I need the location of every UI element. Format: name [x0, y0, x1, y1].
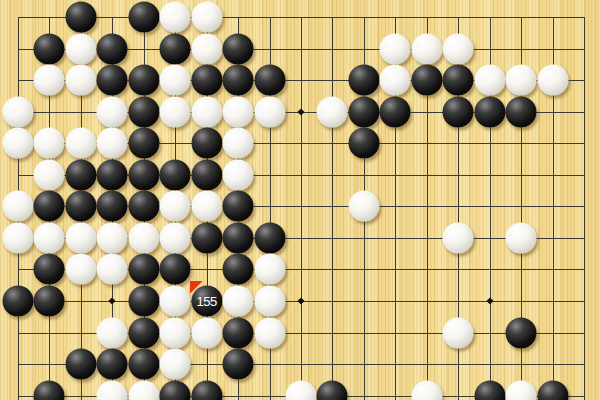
grid-line-vertical: [332, 17, 333, 400]
stone-black[interactable]: [191, 222, 222, 253]
stone-black[interactable]: [223, 65, 254, 96]
stone-black[interactable]: [474, 96, 505, 127]
stone-black[interactable]: [223, 222, 254, 253]
stone-white[interactable]: [97, 128, 128, 159]
stone-white[interactable]: [97, 317, 128, 348]
grid-line-horizontal: [18, 17, 584, 18]
stone-black[interactable]: [443, 96, 474, 127]
stone-white[interactable]: [160, 317, 191, 348]
stone-black[interactable]: [506, 317, 537, 348]
stone-white[interactable]: [3, 128, 34, 159]
star-point: [109, 297, 116, 304]
stone-black[interactable]: [254, 222, 285, 253]
stone-black[interactable]: [223, 191, 254, 222]
stone-black[interactable]: [160, 33, 191, 64]
stone-black[interactable]: [97, 65, 128, 96]
stone-black[interactable]: [223, 254, 254, 285]
stone-white[interactable]: [160, 65, 191, 96]
stone-white[interactable]: [3, 96, 34, 127]
stone-white[interactable]: [443, 222, 474, 253]
stone-white[interactable]: [65, 254, 96, 285]
stone-black[interactable]: [128, 317, 159, 348]
stone-white[interactable]: [34, 222, 65, 253]
stone-white[interactable]: [191, 2, 222, 33]
stone-white[interactable]: [443, 33, 474, 64]
stone-black[interactable]: [65, 2, 96, 33]
stone-black[interactable]: [128, 191, 159, 222]
stone-black[interactable]: [97, 349, 128, 380]
stone-black[interactable]: [348, 128, 379, 159]
stone-black[interactable]: [97, 159, 128, 190]
stone-white[interactable]: [254, 254, 285, 285]
stone-white[interactable]: [254, 285, 285, 316]
stone-black[interactable]: [65, 159, 96, 190]
stone-black[interactable]: [97, 33, 128, 64]
stone-white[interactable]: [254, 96, 285, 127]
stone-white[interactable]: [65, 33, 96, 64]
stone-black[interactable]: [223, 317, 254, 348]
stone-white[interactable]: [160, 191, 191, 222]
stone-white[interactable]: [348, 191, 379, 222]
stone-black[interactable]: [443, 65, 474, 96]
stone-black[interactable]: [191, 65, 222, 96]
stone-white[interactable]: [160, 285, 191, 316]
stone-white[interactable]: [160, 2, 191, 33]
stone-black[interactable]: [34, 33, 65, 64]
stone-black[interactable]: [160, 380, 191, 400]
stone-white[interactable]: [286, 380, 317, 400]
stone-black[interactable]: [34, 285, 65, 316]
stone-white[interactable]: [223, 128, 254, 159]
stone-white[interactable]: [191, 191, 222, 222]
stone-black[interactable]: [97, 191, 128, 222]
stone-black[interactable]: [474, 380, 505, 400]
stone-white[interactable]: [160, 96, 191, 127]
stone-white[interactable]: [191, 96, 222, 127]
stone-black[interactable]: [348, 65, 379, 96]
stone-black[interactable]: [128, 2, 159, 33]
stone-white[interactable]: [223, 96, 254, 127]
stone-black[interactable]: [411, 65, 442, 96]
stone-black[interactable]: [65, 191, 96, 222]
stone-white[interactable]: [3, 191, 34, 222]
stone-black[interactable]: [34, 254, 65, 285]
stone-white[interactable]: [506, 380, 537, 400]
star-point: [486, 297, 493, 304]
stone-black[interactable]: [380, 96, 411, 127]
stone-black[interactable]: [34, 191, 65, 222]
stone-white[interactable]: [97, 96, 128, 127]
stone-black[interactable]: [128, 65, 159, 96]
stone-black[interactable]: [160, 254, 191, 285]
stone-black[interactable]: [128, 254, 159, 285]
stone-black[interactable]: [128, 159, 159, 190]
stone-black[interactable]: [3, 285, 34, 316]
stone-black[interactable]: [34, 380, 65, 400]
stone-black[interactable]: [128, 128, 159, 159]
stone-white[interactable]: [34, 128, 65, 159]
stone-black[interactable]: [254, 65, 285, 96]
stone-white[interactable]: [380, 33, 411, 64]
stone-white[interactable]: [65, 222, 96, 253]
stone-white[interactable]: [34, 159, 65, 190]
grid-line-vertical: [584, 17, 585, 400]
stone-black[interactable]: [223, 33, 254, 64]
stone-white[interactable]: [191, 317, 222, 348]
stone-white[interactable]: [506, 222, 537, 253]
stone-white[interactable]: [97, 254, 128, 285]
stone-black[interactable]: [65, 349, 96, 380]
stone-black[interactable]: [128, 96, 159, 127]
stone-white[interactable]: [537, 65, 568, 96]
stone-black[interactable]: [128, 285, 159, 316]
stone-white[interactable]: [380, 65, 411, 96]
grid-line-vertical: [301, 17, 302, 400]
stone-white[interactable]: [254, 317, 285, 348]
stone-white[interactable]: [128, 222, 159, 253]
stone-black[interactable]: [537, 380, 568, 400]
stone-white[interactable]: [160, 222, 191, 253]
stone-black[interactable]: [317, 380, 348, 400]
stone-black[interactable]: [191, 159, 222, 190]
stone-white[interactable]: [65, 65, 96, 96]
stone-black[interactable]: [191, 380, 222, 400]
stone-white[interactable]: [97, 222, 128, 253]
stone-white[interactable]: [443, 317, 474, 348]
stone-white[interactable]: [474, 65, 505, 96]
stone-white[interactable]: [34, 65, 65, 96]
stone-black[interactable]: [223, 349, 254, 380]
stone-black[interactable]: [128, 349, 159, 380]
stone-black[interactable]: [160, 159, 191, 190]
stone-black[interactable]: 155: [191, 285, 222, 316]
stone-white[interactable]: [506, 65, 537, 96]
move-number-label: 155: [196, 294, 216, 307]
stone-white[interactable]: [3, 222, 34, 253]
stone-white[interactable]: [411, 33, 442, 64]
stone-white[interactable]: [65, 128, 96, 159]
stone-white[interactable]: [191, 33, 222, 64]
stone-white[interactable]: [411, 380, 442, 400]
stone-white[interactable]: [97, 380, 128, 400]
stone-white[interactable]: [160, 349, 191, 380]
star-point: [297, 297, 304, 304]
stone-white[interactable]: [223, 159, 254, 190]
stone-black[interactable]: [348, 96, 379, 127]
stone-black[interactable]: [506, 96, 537, 127]
go-board[interactable]: 155: [0, 0, 600, 400]
stone-white[interactable]: [128, 380, 159, 400]
stone-white[interactable]: [223, 285, 254, 316]
stone-black[interactable]: [191, 128, 222, 159]
stone-white[interactable]: [317, 96, 348, 127]
star-point: [297, 108, 304, 115]
